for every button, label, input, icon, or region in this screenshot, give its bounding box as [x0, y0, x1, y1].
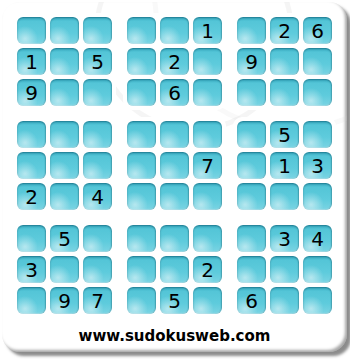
cell-r4c3[interactable] — [83, 121, 112, 148]
cell-r5c5[interactable] — [160, 152, 189, 179]
cell-r7c6[interactable] — [193, 225, 222, 252]
cell-r8c8[interactable] — [270, 256, 299, 283]
cell-r8c9[interactable] — [303, 256, 332, 283]
cell-r4c2[interactable] — [50, 121, 79, 148]
cell-r3c6[interactable] — [193, 79, 222, 106]
box-band3-left: 5397 — [13, 221, 116, 318]
cell-r9c2[interactable]: 9 — [50, 287, 79, 314]
cell-r2c8[interactable] — [270, 48, 299, 75]
cell-r9c8[interactable] — [270, 287, 299, 314]
cell-r6c9[interactable] — [303, 183, 332, 210]
cell-r6c2[interactable] — [50, 183, 79, 210]
cell-r2c1[interactable]: 1 — [17, 48, 46, 75]
cell-r7c9[interactable]: 4 — [303, 225, 332, 252]
site-url[interactable]: www.sudokusweb.com — [2, 327, 347, 345]
cell-r7c7[interactable] — [237, 225, 266, 252]
cell-r1c7[interactable] — [237, 17, 266, 44]
cell-r3c9[interactable] — [303, 79, 332, 106]
cell-r2c7[interactable]: 9 — [237, 48, 266, 75]
box-band2-middle: 7 — [123, 117, 226, 214]
cell-r4c4[interactable] — [127, 121, 156, 148]
cell-r1c6[interactable]: 1 — [193, 17, 222, 44]
cell-r1c9[interactable]: 6 — [303, 17, 332, 44]
cell-r8c4[interactable] — [127, 256, 156, 283]
cell-r9c5[interactable]: 5 — [160, 287, 189, 314]
cell-r8c7[interactable] — [237, 256, 266, 283]
cell-r8c1[interactable]: 3 — [17, 256, 46, 283]
cell-r5c1[interactable] — [17, 152, 46, 179]
cell-r3c3[interactable] — [83, 79, 112, 106]
cell-r1c3[interactable] — [83, 17, 112, 44]
cell-r1c1[interactable] — [17, 17, 46, 44]
cell-r8c3[interactable] — [83, 256, 112, 283]
cell-r4c7[interactable] — [237, 121, 266, 148]
box-band3-middle: 25 — [123, 221, 226, 318]
cell-r6c4[interactable] — [127, 183, 156, 210]
cell-r1c5[interactable] — [160, 17, 189, 44]
cell-r3c5[interactable]: 6 — [160, 79, 189, 106]
cell-r7c3[interactable] — [83, 225, 112, 252]
cell-r1c2[interactable] — [50, 17, 79, 44]
cell-r2c2[interactable] — [50, 48, 79, 75]
cell-r4c9[interactable] — [303, 121, 332, 148]
cell-r2c4[interactable] — [127, 48, 156, 75]
cell-r7c8[interactable]: 3 — [270, 225, 299, 252]
cell-r5c8[interactable]: 1 — [270, 152, 299, 179]
cell-r9c4[interactable] — [127, 287, 156, 314]
cell-r7c1[interactable] — [17, 225, 46, 252]
cell-r6c3[interactable]: 4 — [83, 183, 112, 210]
cell-r4c1[interactable] — [17, 121, 46, 148]
cell-r6c8[interactable] — [270, 183, 299, 210]
cell-r9c9[interactable] — [303, 287, 332, 314]
box-band3-right: 346 — [233, 221, 336, 318]
cell-r3c4[interactable] — [127, 79, 156, 106]
cell-r6c6[interactable] — [193, 183, 222, 210]
cell-r5c7[interactable] — [237, 152, 266, 179]
cell-r6c5[interactable] — [160, 183, 189, 210]
cell-r5c9[interactable]: 3 — [303, 152, 332, 179]
cell-r6c1[interactable]: 2 — [17, 183, 46, 210]
box-band2-left: 24 — [13, 117, 116, 214]
sudoku-board: 159 126 269 24 7 513 5397 25 346 www.sud… — [2, 2, 347, 352]
cell-r2c6[interactable] — [193, 48, 222, 75]
cell-r2c5[interactable]: 2 — [160, 48, 189, 75]
cell-r7c2[interactable]: 5 — [50, 225, 79, 252]
cell-r7c5[interactable] — [160, 225, 189, 252]
sudoku-grid: 159 126 269 24 7 513 5397 25 346 — [2, 2, 347, 329]
cell-r4c5[interactable] — [160, 121, 189, 148]
cell-r9c7[interactable]: 6 — [237, 287, 266, 314]
cell-r6c7[interactable] — [237, 183, 266, 210]
cell-r8c6[interactable]: 2 — [193, 256, 222, 283]
cell-r3c8[interactable] — [270, 79, 299, 106]
cell-r2c9[interactable] — [303, 48, 332, 75]
cell-r5c2[interactable] — [50, 152, 79, 179]
box-band1-middle: 126 — [123, 13, 226, 110]
cell-r5c3[interactable] — [83, 152, 112, 179]
cell-r5c4[interactable] — [127, 152, 156, 179]
cell-r9c3[interactable]: 7 — [83, 287, 112, 314]
cell-r8c2[interactable] — [50, 256, 79, 283]
cell-r1c4[interactable] — [127, 17, 156, 44]
cell-r2c3[interactable]: 5 — [83, 48, 112, 75]
box-band1-right: 269 — [233, 13, 336, 110]
cell-r9c1[interactable] — [17, 287, 46, 314]
cell-r7c4[interactable] — [127, 225, 156, 252]
cell-r3c2[interactable] — [50, 79, 79, 106]
cell-r1c8[interactable]: 2 — [270, 17, 299, 44]
cell-r4c8[interactable]: 5 — [270, 121, 299, 148]
cell-r8c5[interactable] — [160, 256, 189, 283]
box-band2-right: 513 — [233, 117, 336, 214]
cell-r3c7[interactable] — [237, 79, 266, 106]
cell-r3c1[interactable]: 9 — [17, 79, 46, 106]
cell-r5c6[interactable]: 7 — [193, 152, 222, 179]
box-band1-left: 159 — [13, 13, 116, 110]
cell-r4c6[interactable] — [193, 121, 222, 148]
cell-r9c6[interactable] — [193, 287, 222, 314]
